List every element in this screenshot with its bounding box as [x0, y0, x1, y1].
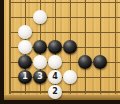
move-number: 1 [22, 70, 28, 84]
go-stone-black[interactable] [33, 40, 47, 54]
go-stone-black[interactable] [48, 40, 62, 54]
go-stone-white[interactable] [18, 40, 32, 54]
move-number: 2 [52, 85, 58, 99]
go-stone-white[interactable] [33, 55, 47, 69]
go-stone-white[interactable] [48, 55, 62, 69]
go-stone-black[interactable] [63, 40, 77, 54]
go-stone-white[interactable] [33, 10, 47, 24]
go-stone-black[interactable] [18, 55, 32, 69]
go-stone-black[interactable] [93, 55, 107, 69]
go-stone-black[interactable] [78, 55, 92, 69]
go-stone-white-move-4[interactable]: 4 [48, 70, 62, 84]
go-stone-white-move-2[interactable]: 2 [48, 85, 62, 99]
grid-line-horizontal [9, 2, 120, 3]
go-stone-black-move-3[interactable]: 3 [33, 70, 47, 84]
move-number: 4 [52, 70, 58, 84]
go-diagram: 1342 [0, 0, 120, 104]
go-stone-white[interactable] [63, 70, 77, 84]
board-front-edge [4, 95, 120, 100]
go-stone-black-move-1[interactable]: 1 [18, 70, 32, 84]
go-stone-white[interactable] [18, 25, 32, 39]
board-bottom-edge-line [9, 91, 120, 93]
move-number: 3 [37, 70, 43, 84]
grid-line-horizontal [9, 17, 120, 18]
